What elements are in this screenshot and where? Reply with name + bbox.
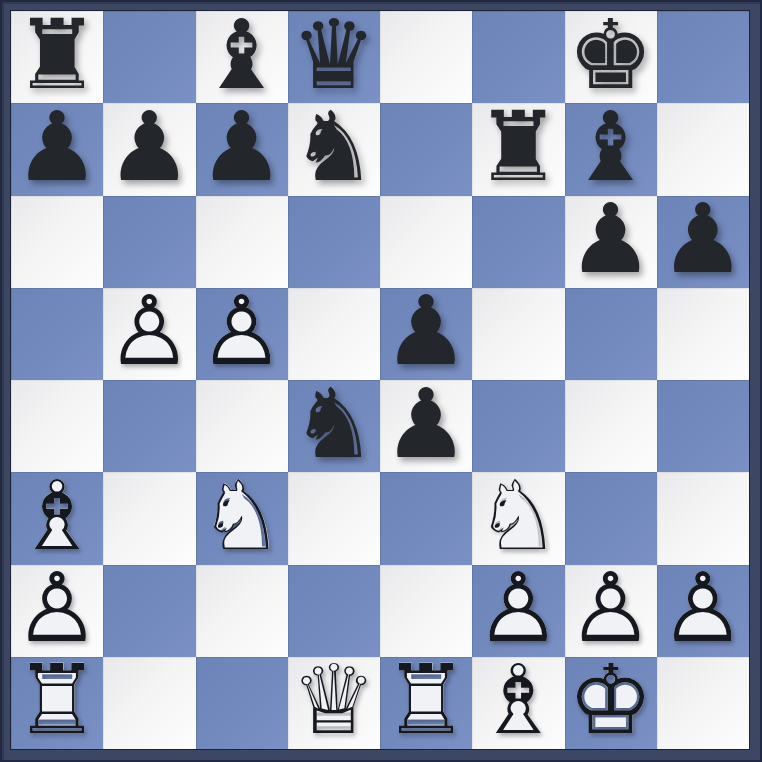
- square-d5[interactable]: [288, 288, 380, 380]
- square-f1[interactable]: ♝♗: [472, 657, 564, 749]
- piece-white-pawn[interactable]: ♟♙: [472, 565, 564, 657]
- piece-black-pawn[interactable]: ♟: [657, 196, 749, 288]
- piece-white-bishop[interactable]: ♝♗: [11, 472, 103, 564]
- black-piece-glyph: ♟: [380, 380, 472, 472]
- piece-white-bishop[interactable]: ♝♗: [472, 657, 564, 749]
- piece-black-queen[interactable]: ♛: [288, 11, 380, 103]
- black-piece-glyph: ♝: [196, 11, 288, 103]
- square-a3[interactable]: ♝♗: [11, 472, 103, 564]
- black-piece-glyph: ♟: [657, 196, 749, 288]
- square-e3[interactable]: [380, 472, 472, 564]
- square-b3[interactable]: [103, 472, 195, 564]
- piece-black-pawn[interactable]: ♟: [11, 103, 103, 195]
- white-piece-outline-layer: ♙: [657, 565, 749, 657]
- square-c7[interactable]: ♟: [196, 103, 288, 195]
- white-piece-outline-layer: ♘: [472, 472, 564, 564]
- square-h1[interactable]: [657, 657, 749, 749]
- black-piece-glyph: ♝: [565, 103, 657, 195]
- square-d1[interactable]: ♛♕: [288, 657, 380, 749]
- square-g3[interactable]: [565, 472, 657, 564]
- square-g5[interactable]: [565, 288, 657, 380]
- black-piece-glyph: ♛: [288, 11, 380, 103]
- square-c6[interactable]: [196, 196, 288, 288]
- square-a8[interactable]: ♜: [11, 11, 103, 103]
- square-e7[interactable]: [380, 103, 472, 195]
- piece-black-pawn[interactable]: ♟: [380, 288, 472, 380]
- square-b2[interactable]: [103, 565, 195, 657]
- square-b6[interactable]: [103, 196, 195, 288]
- square-h7[interactable]: [657, 103, 749, 195]
- piece-white-pawn[interactable]: ♟♙: [103, 288, 195, 380]
- square-a2[interactable]: ♟♙: [11, 565, 103, 657]
- black-piece-glyph: ♜: [11, 11, 103, 103]
- square-c8[interactable]: ♝: [196, 11, 288, 103]
- piece-black-pawn[interactable]: ♟: [380, 380, 472, 472]
- square-h5[interactable]: [657, 288, 749, 380]
- piece-white-pawn[interactable]: ♟♙: [11, 565, 103, 657]
- white-piece-outline-layer: ♕: [288, 657, 380, 749]
- square-a5[interactable]: [11, 288, 103, 380]
- square-g7[interactable]: ♝: [565, 103, 657, 195]
- white-piece-outline-layer: ♙: [11, 565, 103, 657]
- square-b7[interactable]: ♟: [103, 103, 195, 195]
- square-h4[interactable]: [657, 380, 749, 472]
- black-piece-glyph: ♟: [196, 103, 288, 195]
- square-f4[interactable]: [472, 380, 564, 472]
- square-f6[interactable]: [472, 196, 564, 288]
- square-d6[interactable]: [288, 196, 380, 288]
- white-piece-outline-layer: ♘: [196, 472, 288, 564]
- square-h8[interactable]: [657, 11, 749, 103]
- black-piece-glyph: ♚: [565, 11, 657, 103]
- piece-black-rook[interactable]: ♜: [472, 103, 564, 195]
- square-b1[interactable]: [103, 657, 195, 749]
- white-piece-outline-layer: ♖: [380, 657, 472, 749]
- square-d8[interactable]: ♛: [288, 11, 380, 103]
- square-a1[interactable]: ♜♖: [11, 657, 103, 749]
- board-frame: ♜♝♛♚♟♟♟♞♜♝♟♟♟♙♟♙♟♞♟♝♗♞♘♞♘♟♙♟♙♟♙♟♙♜♖♛♕♜♖♝…: [0, 0, 762, 762]
- chess-board: ♜♝♛♚♟♟♟♞♜♝♟♟♟♙♟♙♟♞♟♝♗♞♘♞♘♟♙♟♙♟♙♟♙♜♖♛♕♜♖♝…: [10, 10, 750, 750]
- square-f5[interactable]: [472, 288, 564, 380]
- white-piece-outline-layer: ♖: [11, 657, 103, 749]
- black-piece-glyph: ♞: [288, 380, 380, 472]
- piece-black-pawn[interactable]: ♟: [565, 196, 657, 288]
- piece-black-rook[interactable]: ♜: [11, 11, 103, 103]
- piece-white-queen[interactable]: ♛♕: [288, 657, 380, 749]
- black-piece-glyph: ♞: [288, 103, 380, 195]
- piece-white-pawn[interactable]: ♟♙: [565, 565, 657, 657]
- square-b5[interactable]: ♟♙: [103, 288, 195, 380]
- black-piece-glyph: ♟: [103, 103, 195, 195]
- piece-white-knight[interactable]: ♞♘: [196, 472, 288, 564]
- square-c4[interactable]: [196, 380, 288, 472]
- square-b4[interactable]: [103, 380, 195, 472]
- square-h2[interactable]: ♟♙: [657, 565, 749, 657]
- white-piece-outline-layer: ♙: [472, 565, 564, 657]
- piece-black-bishop[interactable]: ♝: [565, 103, 657, 195]
- black-piece-glyph: ♟: [11, 103, 103, 195]
- square-e8[interactable]: [380, 11, 472, 103]
- piece-white-pawn[interactable]: ♟♙: [657, 565, 749, 657]
- square-a7[interactable]: ♟: [11, 103, 103, 195]
- square-g4[interactable]: [565, 380, 657, 472]
- white-piece-outline-layer: ♔: [565, 657, 657, 749]
- piece-black-pawn[interactable]: ♟: [196, 103, 288, 195]
- square-d4[interactable]: ♞: [288, 380, 380, 472]
- piece-white-rook[interactable]: ♜♖: [11, 657, 103, 749]
- square-e5[interactable]: ♟: [380, 288, 472, 380]
- square-g1[interactable]: ♚♔: [565, 657, 657, 749]
- black-piece-glyph: ♟: [380, 288, 472, 380]
- square-f2[interactable]: ♟♙: [472, 565, 564, 657]
- piece-black-bishop[interactable]: ♝: [196, 11, 288, 103]
- square-e2[interactable]: [380, 565, 472, 657]
- piece-white-rook[interactable]: ♜♖: [380, 657, 472, 749]
- square-c5[interactable]: ♟♙: [196, 288, 288, 380]
- white-piece-outline-layer: ♗: [472, 657, 564, 749]
- square-h6[interactable]: ♟: [657, 196, 749, 288]
- square-f7[interactable]: ♜: [472, 103, 564, 195]
- square-e4[interactable]: ♟: [380, 380, 472, 472]
- square-f8[interactable]: [472, 11, 564, 103]
- square-h3[interactable]: [657, 472, 749, 564]
- black-piece-glyph: ♟: [565, 196, 657, 288]
- piece-black-king[interactable]: ♚: [565, 11, 657, 103]
- square-a6[interactable]: [11, 196, 103, 288]
- white-piece-outline-layer: ♙: [103, 288, 195, 380]
- white-piece-outline-layer: ♗: [11, 472, 103, 564]
- square-g6[interactable]: ♟: [565, 196, 657, 288]
- piece-black-pawn[interactable]: ♟: [103, 103, 195, 195]
- square-d3[interactable]: [288, 472, 380, 564]
- piece-white-king[interactable]: ♚♔: [565, 657, 657, 749]
- white-piece-outline-layer: ♙: [565, 565, 657, 657]
- square-g8[interactable]: ♚: [565, 11, 657, 103]
- white-piece-outline-layer: ♙: [196, 288, 288, 380]
- piece-white-pawn[interactable]: ♟♙: [196, 288, 288, 380]
- square-d2[interactable]: [288, 565, 380, 657]
- square-b8[interactable]: [103, 11, 195, 103]
- piece-white-knight[interactable]: ♞♘: [472, 472, 564, 564]
- square-d7[interactable]: ♞: [288, 103, 380, 195]
- square-c1[interactable]: [196, 657, 288, 749]
- square-e6[interactable]: [380, 196, 472, 288]
- piece-black-knight[interactable]: ♞: [288, 380, 380, 472]
- piece-black-knight[interactable]: ♞: [288, 103, 380, 195]
- square-a4[interactable]: [11, 380, 103, 472]
- square-c2[interactable]: [196, 565, 288, 657]
- square-g2[interactable]: ♟♙: [565, 565, 657, 657]
- square-f3[interactable]: ♞♘: [472, 472, 564, 564]
- black-piece-glyph: ♜: [472, 103, 564, 195]
- square-e1[interactable]: ♜♖: [380, 657, 472, 749]
- square-c3[interactable]: ♞♘: [196, 472, 288, 564]
